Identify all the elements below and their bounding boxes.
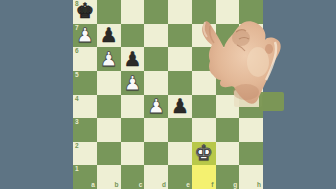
square-a7[interactable]: 7♟ bbox=[73, 24, 97, 48]
square-c1[interactable]: c bbox=[121, 165, 145, 189]
file-label-d: d bbox=[162, 182, 166, 189]
square-e2[interactable] bbox=[168, 142, 192, 166]
square-d4[interactable]: ♟ bbox=[144, 95, 168, 119]
square-c6[interactable]: ♟ bbox=[121, 47, 145, 71]
square-a3[interactable]: 3 bbox=[73, 118, 97, 142]
square-g3[interactable] bbox=[216, 118, 240, 142]
square-a2[interactable]: 2 bbox=[73, 142, 97, 166]
rank-label-1: 1 bbox=[75, 166, 79, 173]
file-label-b: b bbox=[115, 182, 119, 189]
square-a6[interactable]: 6 bbox=[73, 47, 97, 71]
square-g1[interactable]: g bbox=[216, 165, 240, 189]
hand-bottom-shadow bbox=[233, 84, 259, 100]
square-b3[interactable] bbox=[97, 118, 121, 142]
screenshot-canvas: 8♚7♟♟6♟♟5♟4♟♟32♚1abcdefgh bbox=[0, 0, 336, 189]
square-c7[interactable] bbox=[121, 24, 145, 48]
square-a4[interactable]: 4 bbox=[73, 95, 97, 119]
square-b7[interactable]: ♟ bbox=[97, 24, 121, 48]
hand-cheek-highlight bbox=[247, 47, 269, 77]
square-f1[interactable]: f bbox=[192, 165, 216, 189]
square-d6[interactable] bbox=[144, 47, 168, 71]
white-pawn-a7[interactable]: ♟ bbox=[73, 24, 97, 48]
square-b1[interactable]: b bbox=[97, 165, 121, 189]
square-b2[interactable] bbox=[97, 142, 121, 166]
square-f3[interactable] bbox=[192, 118, 216, 142]
square-b4[interactable] bbox=[97, 95, 121, 119]
square-g2[interactable] bbox=[216, 142, 240, 166]
square-b8[interactable] bbox=[97, 0, 121, 24]
square-e3[interactable] bbox=[168, 118, 192, 142]
hand-overlay bbox=[196, 12, 288, 114]
black-king-a8[interactable]: ♚ bbox=[73, 0, 97, 24]
rank-label-6: 6 bbox=[75, 48, 79, 55]
rank-label-3: 3 bbox=[75, 119, 79, 126]
file-label-c: c bbox=[139, 182, 143, 189]
square-e5[interactable] bbox=[168, 71, 192, 95]
white-pawn-d4[interactable]: ♟ bbox=[144, 95, 168, 119]
rank-label-4: 4 bbox=[75, 96, 79, 103]
square-c2[interactable] bbox=[121, 142, 145, 166]
square-d5[interactable] bbox=[144, 71, 168, 95]
square-b5[interactable] bbox=[97, 71, 121, 95]
overlay-green-remnant bbox=[259, 92, 284, 111]
file-label-g: g bbox=[233, 182, 237, 189]
square-h3[interactable] bbox=[239, 118, 263, 142]
square-c3[interactable] bbox=[121, 118, 145, 142]
square-a1[interactable]: 1a bbox=[73, 165, 97, 189]
white-king-f2[interactable]: ♚ bbox=[192, 142, 216, 166]
square-d2[interactable] bbox=[144, 142, 168, 166]
rank-label-2: 2 bbox=[75, 143, 79, 150]
square-d8[interactable] bbox=[144, 0, 168, 24]
square-b6[interactable]: ♟ bbox=[97, 47, 121, 71]
square-e1[interactable]: e bbox=[168, 165, 192, 189]
black-pawn-c6[interactable]: ♟ bbox=[121, 47, 145, 71]
square-e7[interactable] bbox=[168, 24, 192, 48]
square-h2[interactable] bbox=[239, 142, 263, 166]
hand-overlay-graphic bbox=[196, 12, 288, 114]
square-e6[interactable] bbox=[168, 47, 192, 71]
square-f2[interactable]: ♚ bbox=[192, 142, 216, 166]
file-label-a: a bbox=[91, 182, 95, 189]
white-pawn-b6[interactable]: ♟ bbox=[97, 47, 121, 71]
square-c4[interactable] bbox=[121, 95, 145, 119]
square-a5[interactable]: 5 bbox=[73, 71, 97, 95]
square-a8[interactable]: 8♚ bbox=[73, 0, 97, 24]
black-pawn-e4[interactable]: ♟ bbox=[168, 95, 192, 119]
square-d1[interactable]: d bbox=[144, 165, 168, 189]
white-pawn-c5[interactable]: ♟ bbox=[121, 71, 145, 95]
square-h1[interactable]: h bbox=[239, 165, 263, 189]
square-d3[interactable] bbox=[144, 118, 168, 142]
black-pawn-b7[interactable]: ♟ bbox=[97, 24, 121, 48]
rank-label-5: 5 bbox=[75, 72, 79, 79]
square-d7[interactable] bbox=[144, 24, 168, 48]
square-e8[interactable] bbox=[168, 0, 192, 24]
file-label-f: f bbox=[211, 182, 213, 189]
square-c5[interactable]: ♟ bbox=[121, 71, 145, 95]
file-label-e: e bbox=[186, 182, 190, 189]
square-c8[interactable] bbox=[121, 0, 145, 24]
square-e4[interactable]: ♟ bbox=[168, 95, 192, 119]
file-label-h: h bbox=[257, 182, 261, 189]
